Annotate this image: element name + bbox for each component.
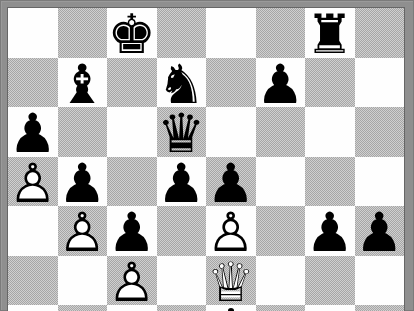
- square-d3[interactable]: [157, 256, 207, 306]
- square-e6[interactable]: [206, 107, 256, 157]
- square-h7[interactable]: [355, 58, 405, 108]
- square-f5[interactable]: [256, 157, 306, 207]
- piece-white-pawn: ♟♙: [206, 206, 256, 256]
- square-h4[interactable]: ♟: [355, 206, 405, 256]
- piece-black-pawn: ♟: [58, 157, 108, 207]
- square-b3[interactable]: [58, 256, 108, 306]
- square-c3[interactable]: ♟♙: [107, 256, 157, 306]
- square-b8[interactable]: [58, 8, 108, 58]
- piece-black-knight: ♞: [157, 58, 207, 108]
- piece-black-pawn: ♟: [107, 206, 157, 256]
- square-f8[interactable]: [256, 8, 306, 58]
- square-b2[interactable]: [58, 305, 108, 311]
- piece-black-pawn: ♟: [157, 157, 207, 207]
- square-f2[interactable]: [256, 305, 306, 311]
- piece-black-queen: ♛: [157, 107, 207, 157]
- piece-black-pawn: ♟: [8, 107, 58, 157]
- piece-black-pawn: ♟: [256, 58, 306, 108]
- piece-white-queen: ♛♕: [206, 256, 256, 306]
- square-d6[interactable]: ♛: [157, 107, 207, 157]
- square-a7[interactable]: [8, 58, 58, 108]
- piece-black-king: ♚: [107, 8, 157, 58]
- square-f3[interactable]: [256, 256, 306, 306]
- piece-black-pawn: ♟: [305, 206, 355, 256]
- square-g2[interactable]: [305, 305, 355, 311]
- square-a2[interactable]: [8, 305, 58, 311]
- square-c6[interactable]: [107, 107, 157, 157]
- square-d2[interactable]: [157, 305, 207, 311]
- square-c2[interactable]: [107, 305, 157, 311]
- piece-black-bishop: ♝: [58, 58, 108, 108]
- square-f6[interactable]: [256, 107, 306, 157]
- square-g4[interactable]: ♟: [305, 206, 355, 256]
- chess-board: ♚♜♝♞♟♟♛♟♙♟♟♟♟♙♟♟♙♟♟♟♙♛♕: [8, 8, 404, 311]
- square-c7[interactable]: [107, 58, 157, 108]
- square-c8[interactable]: ♚: [107, 8, 157, 58]
- square-b5[interactable]: ♟: [58, 157, 108, 207]
- square-h3[interactable]: [355, 256, 405, 306]
- square-b4[interactable]: ♟♙: [58, 206, 108, 256]
- square-a6[interactable]: ♟: [8, 107, 58, 157]
- square-f7[interactable]: ♟: [256, 58, 306, 108]
- square-e7[interactable]: [206, 58, 256, 108]
- piece-black-rook: ♜: [305, 8, 355, 58]
- square-a3[interactable]: [8, 256, 58, 306]
- square-a4[interactable]: [8, 206, 58, 256]
- square-d8[interactable]: [157, 8, 207, 58]
- square-e2[interactable]: [206, 305, 256, 311]
- square-c5[interactable]: [107, 157, 157, 207]
- square-d5[interactable]: ♟: [157, 157, 207, 207]
- square-h5[interactable]: [355, 157, 405, 207]
- square-a5[interactable]: ♟♙: [8, 157, 58, 207]
- square-g8[interactable]: ♜: [305, 8, 355, 58]
- square-g3[interactable]: [305, 256, 355, 306]
- square-d4[interactable]: [157, 206, 207, 256]
- square-b7[interactable]: ♝: [58, 58, 108, 108]
- square-e4[interactable]: ♟♙: [206, 206, 256, 256]
- square-b6[interactable]: [58, 107, 108, 157]
- square-e5[interactable]: ♟: [206, 157, 256, 207]
- square-a8[interactable]: [8, 8, 58, 58]
- square-g7[interactable]: [305, 58, 355, 108]
- square-d7[interactable]: ♞: [157, 58, 207, 108]
- square-e3[interactable]: ♛♕: [206, 256, 256, 306]
- square-g5[interactable]: [305, 157, 355, 207]
- square-c4[interactable]: ♟: [107, 206, 157, 256]
- piece-white-pawn: ♟♙: [107, 256, 157, 306]
- piece-black-pawn: ♟: [355, 206, 405, 256]
- square-f4[interactable]: [256, 206, 306, 256]
- square-e8[interactable]: [206, 8, 256, 58]
- square-h2[interactable]: [355, 305, 405, 311]
- square-g6[interactable]: [305, 107, 355, 157]
- piece-black-pawn: ♟: [206, 157, 256, 207]
- piece-white-pawn: ♟♙: [8, 157, 58, 207]
- chess-app-window: ♚♜♝♞♟♟♛♟♙♟♟♟♟♙♟♟♙♟♟♟♙♛♕: [0, 0, 414, 311]
- square-h8[interactable]: [355, 8, 405, 58]
- piece-white-pawn: ♟♙: [58, 206, 108, 256]
- square-h6[interactable]: [355, 107, 405, 157]
